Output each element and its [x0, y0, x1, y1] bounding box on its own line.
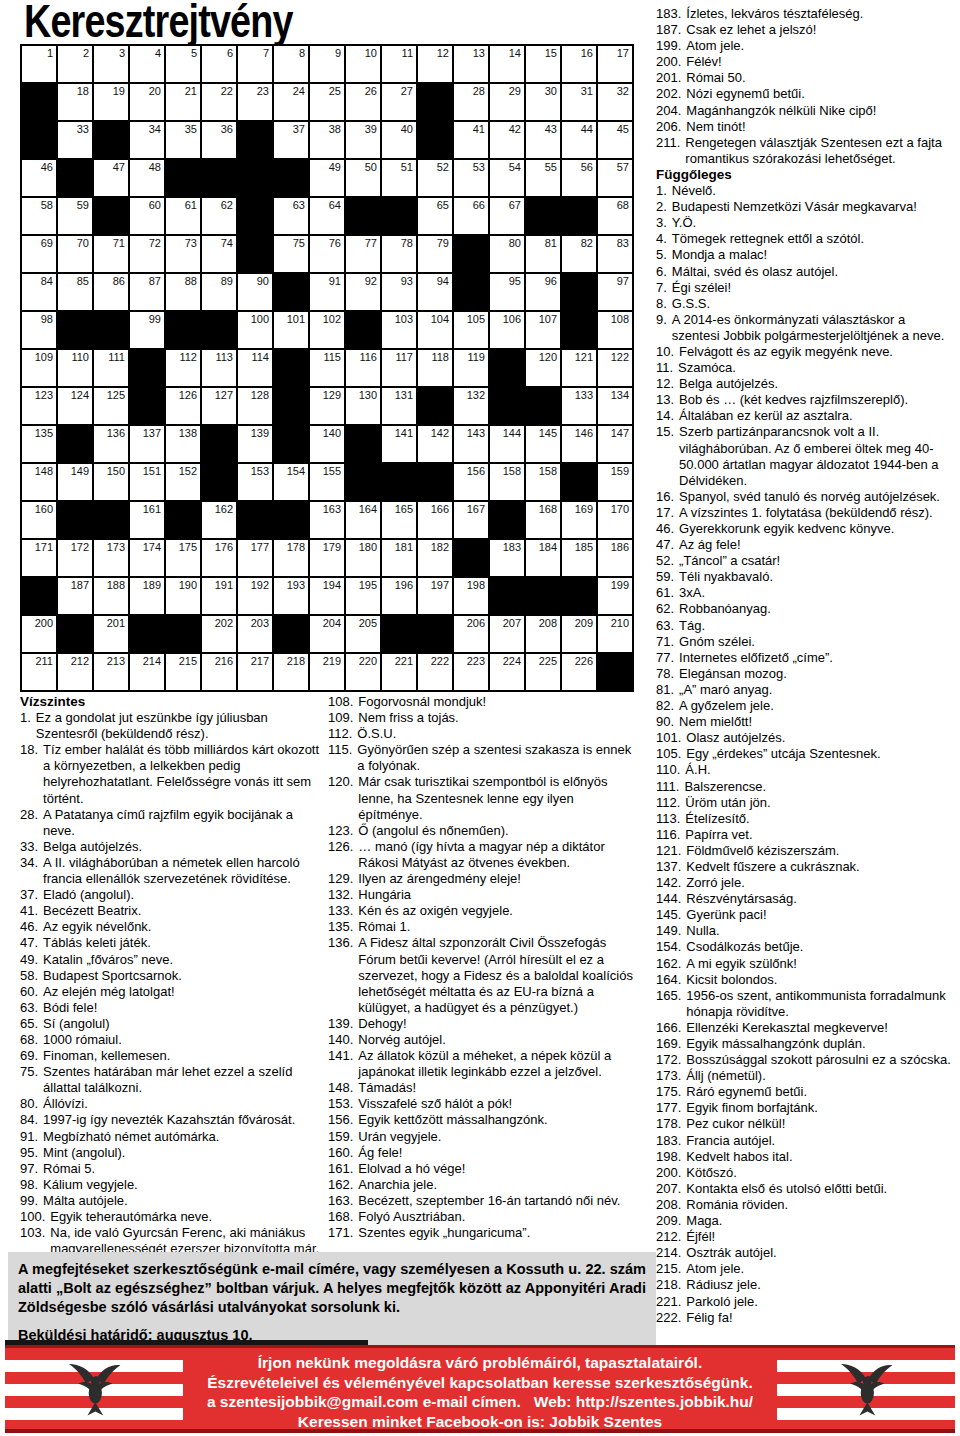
grid-cell[interactable]: 203	[237, 615, 273, 653]
grid-cell[interactable]: 168	[525, 501, 561, 539]
grid-cell[interactable]: 201	[93, 615, 129, 653]
clue-text: A vízszintes 1. folytatása (beküldendő r…	[679, 505, 954, 521]
clue-number: 33.	[20, 839, 38, 855]
grid-cell[interactable]: 60	[129, 197, 165, 235]
grid-cell[interactable]: 181	[381, 539, 417, 577]
clue-text: Bódi fele!	[43, 1000, 320, 1016]
cell-number: 166	[431, 503, 449, 515]
grid-cell[interactable]: 86	[93, 273, 129, 311]
grid-cell[interactable]: 146	[561, 425, 597, 463]
grid-cell[interactable]: 113	[201, 349, 237, 387]
grid-cell[interactable]: 217	[237, 653, 273, 691]
grid-cell[interactable]: 159	[597, 463, 633, 501]
grid-cell[interactable]: 44	[561, 121, 597, 159]
cell-number: 38	[329, 123, 341, 135]
cell-number: 196	[395, 579, 413, 591]
clue-number: 198.	[656, 1149, 681, 1165]
grid-cell[interactable]: 184	[525, 539, 561, 577]
clue-text: G.S.S.	[672, 296, 954, 312]
grid-cell[interactable]: 177	[237, 539, 273, 577]
grid-cell[interactable]: 192	[237, 577, 273, 615]
grid-cell[interactable]: 43	[525, 121, 561, 159]
grid-cell[interactable]: 152	[165, 463, 201, 501]
grid-cell[interactable]: 118	[417, 349, 453, 387]
grid-cell[interactable]: 155	[309, 463, 345, 501]
grid-cell[interactable]: 197	[417, 577, 453, 615]
grid-cell[interactable]: 137	[129, 425, 165, 463]
grid-cell[interactable]: 119	[453, 349, 489, 387]
grid-cell[interactable]: 33	[57, 121, 93, 159]
grid-cell[interactable]: 190	[165, 577, 201, 615]
grid-cell[interactable]: 65	[417, 197, 453, 235]
clue-number: 41.	[20, 903, 38, 919]
clue: 140. Norvég autójel.	[328, 1032, 640, 1048]
grid-cell[interactable]: 61	[165, 197, 201, 235]
grid-cell[interactable]: 134	[597, 387, 633, 425]
grid-cell[interactable]: 165	[381, 501, 417, 539]
cell-number: 198	[467, 579, 485, 591]
grid-cell[interactable]: 101	[273, 311, 309, 349]
grid-cell[interactable]: 218	[273, 653, 309, 691]
grid-cell[interactable]: 4	[129, 45, 165, 83]
grid-cell[interactable]: 74	[201, 235, 237, 273]
grid-cell[interactable]: 70	[57, 235, 93, 273]
grid-cell[interactable]: 66	[453, 197, 489, 235]
clue-text: Megbízható német autómárka.	[43, 1129, 320, 1145]
clue-text: A győzelem jele.	[679, 698, 954, 714]
grid-cell[interactable]: 158	[525, 463, 561, 501]
clue-number: 1.	[20, 710, 31, 742]
grid-cell[interactable]: 1	[21, 45, 57, 83]
grid-cell[interactable]: 115	[309, 349, 345, 387]
grid-cell[interactable]: 76	[309, 235, 345, 273]
grid-cell[interactable]: 166	[417, 501, 453, 539]
grid-cell[interactable]: 141	[381, 425, 417, 463]
grid-cell[interactable]: 24	[273, 83, 309, 121]
cell-number: 89	[221, 275, 233, 287]
grid-cell[interactable]: 174	[129, 539, 165, 577]
clue-number: 46.	[20, 919, 38, 935]
grid-cell[interactable]: 50	[345, 159, 381, 197]
clue-number: 137.	[656, 859, 681, 875]
grid-cell[interactable]: 163	[309, 501, 345, 539]
grid-cell[interactable]: 28	[453, 83, 489, 121]
grid-cell[interactable]: 56	[561, 159, 597, 197]
clue-number: 110.	[656, 762, 680, 778]
grid-cell[interactable]: 117	[381, 349, 417, 387]
clue-text: Fogorvosnál mondjuk!	[358, 694, 640, 710]
grid-cell[interactable]: 84	[21, 273, 57, 311]
grid-cell[interactable]: 75	[273, 235, 309, 273]
grid-cell[interactable]: 81	[525, 235, 561, 273]
grid-cell[interactable]: 106	[489, 311, 525, 349]
cell-number: 31	[581, 85, 593, 97]
grid-cell[interactable]: 161	[129, 501, 165, 539]
grid-cell[interactable]: 42	[489, 121, 525, 159]
grid-cell[interactable]: 172	[57, 539, 93, 577]
grid-cell[interactable]: 22	[201, 83, 237, 121]
grid-cell[interactable]: 131	[381, 387, 417, 425]
grid-cell[interactable]: 133	[561, 387, 597, 425]
grid-cell[interactable]: 222	[417, 653, 453, 691]
clue: 5. Mondja a malac!	[656, 247, 954, 263]
clue: 112. Ö.S.U.	[328, 726, 640, 742]
grid-cell[interactable]: 69	[21, 235, 57, 273]
grid-cell[interactable]: 96	[525, 273, 561, 311]
grid-cell[interactable]: 97	[597, 273, 633, 311]
clue: 183. Francia autójel.	[656, 1133, 954, 1149]
grid-cell[interactable]: 90	[237, 273, 273, 311]
grid-cell[interactable]: 30	[525, 83, 561, 121]
cell-number: 193	[287, 579, 305, 591]
grid-cell[interactable]: 18	[57, 83, 93, 121]
grid-cell[interactable]: 138	[165, 425, 201, 463]
cell-number: 179	[323, 541, 341, 553]
grid-cell[interactable]: 188	[93, 577, 129, 615]
clue-number: 77.	[656, 650, 674, 666]
grid-cell[interactable]: 153	[237, 463, 273, 501]
grid-cell[interactable]: 198	[453, 577, 489, 615]
grid-cell[interactable]: 99	[129, 311, 165, 349]
clue-number: 221.	[656, 1294, 681, 1310]
grid-cell[interactable]: 9	[309, 45, 345, 83]
grid-cell[interactable]: 195	[345, 577, 381, 615]
grid-cell[interactable]: 158	[489, 463, 525, 501]
grid-cell[interactable]: 214	[129, 653, 165, 691]
grid-cell[interactable]: 226	[561, 653, 597, 691]
grid-cell[interactable]: 156	[453, 463, 489, 501]
grid-cell[interactable]: 2	[57, 45, 93, 83]
grid-cell[interactable]: 164	[345, 501, 381, 539]
grid-cell[interactable]: 178	[273, 539, 309, 577]
grid-cell[interactable]: 55	[525, 159, 561, 197]
grid-cell[interactable]: 80	[489, 235, 525, 273]
grid-cell[interactable]: 10	[345, 45, 381, 83]
grid-cell[interactable]: 59	[57, 197, 93, 235]
grid-cell[interactable]: 77	[345, 235, 381, 273]
clue-text: Zorró jele.	[686, 875, 954, 891]
grid-cell[interactable]: 111	[93, 349, 129, 387]
grid-cell[interactable]: 147	[597, 425, 633, 463]
grid-cell[interactable]: 98	[21, 311, 57, 349]
cell-number: 199	[611, 579, 629, 591]
grid-cell[interactable]: 204	[309, 615, 345, 653]
grid-cell[interactable]: 127	[201, 387, 237, 425]
grid-cell[interactable]: 169	[561, 501, 597, 539]
clue: 204. Magánhangzók nélküli Nike cipő!	[656, 103, 954, 119]
cell-number: 187	[71, 579, 89, 591]
grid-cell[interactable]: 130	[345, 387, 381, 425]
clue-number: 115.	[328, 742, 352, 774]
turul-eagle-icon	[833, 1356, 899, 1422]
grid-cell[interactable]: 7	[237, 45, 273, 83]
grid-cell[interactable]: 12	[417, 45, 453, 83]
grid-cell[interactable]: 220	[345, 653, 381, 691]
cell-number: 25	[329, 85, 341, 97]
grid-cell[interactable]: 120	[525, 349, 561, 387]
grid-cell[interactable]: 102	[309, 311, 345, 349]
clue-number: 113.	[656, 811, 680, 827]
grid-cell[interactable]: 78	[381, 235, 417, 273]
grid-cell[interactable]: 221	[381, 653, 417, 691]
grid-cell[interactable]: 208	[525, 615, 561, 653]
grid-cell[interactable]: 116	[345, 349, 381, 387]
grid-cell[interactable]: 13	[453, 45, 489, 83]
grid-cell[interactable]: 47	[93, 159, 129, 197]
grid-cell[interactable]: 14	[489, 45, 525, 83]
grid-cell[interactable]: 87	[129, 273, 165, 311]
grid-cell[interactable]: 95	[489, 273, 525, 311]
clue-number: 177.	[656, 1100, 681, 1116]
across-clues-list-1: 1. Ez a gondolat jut eszünkbe így július…	[20, 710, 320, 1257]
grid-cell[interactable]: 19	[93, 83, 129, 121]
grid-cell[interactable]: 210	[597, 615, 633, 653]
grid-cell[interactable]: 37	[273, 121, 309, 159]
grid-cell[interactable]: 73	[165, 235, 201, 273]
grid-cell[interactable]: 205	[345, 615, 381, 653]
banner-line-2: Észrevételeivel és véleményével kapcsola…	[183, 1373, 777, 1393]
grid-cell[interactable]: 82	[561, 235, 597, 273]
grid-cell[interactable]: 36	[201, 121, 237, 159]
cell-number: 99	[149, 313, 161, 325]
grid-cell[interactable]: 206	[453, 615, 489, 653]
clue-text: Ő (angolul és nőneműen).	[358, 823, 640, 839]
clue-number: 81.	[656, 682, 674, 698]
grid-cell[interactable]: 126	[165, 387, 201, 425]
grid-cell[interactable]: 187	[57, 577, 93, 615]
grid-cell[interactable]: 54	[489, 159, 525, 197]
grid-cell[interactable]: 79	[417, 235, 453, 273]
clue-number: 4.	[656, 231, 667, 247]
grid-cell[interactable]: 6	[201, 45, 237, 83]
grid-cell[interactable]: 105	[453, 311, 489, 349]
grid-cell[interactable]: 216	[201, 653, 237, 691]
grid-cell[interactable]: 219	[309, 653, 345, 691]
grid-cell[interactable]: 149	[57, 463, 93, 501]
grid-cell[interactable]: 215	[165, 653, 201, 691]
grid-cell[interactable]: 88	[165, 273, 201, 311]
clue-text: Budapest Sportcsarnok.	[43, 968, 320, 984]
grid-cell[interactable]: 107	[525, 311, 561, 349]
grid-cell[interactable]: 67	[489, 197, 525, 235]
grid-cell[interactable]: 16	[561, 45, 597, 83]
grid-cell[interactable]: 150	[93, 463, 129, 501]
grid-cell-black	[129, 349, 165, 387]
grid-cell[interactable]: 46	[21, 159, 57, 197]
grid-cell[interactable]: 151	[129, 463, 165, 501]
grid-cell[interactable]: 225	[525, 653, 561, 691]
grid-cell[interactable]: 92	[345, 273, 381, 311]
grid-cell[interactable]: 68	[597, 197, 633, 235]
grid-cell[interactable]: 196	[381, 577, 417, 615]
grid-cell[interactable]: 194	[309, 577, 345, 615]
grid-cell[interactable]: 200	[21, 615, 57, 653]
grid-cell[interactable]: 170	[597, 501, 633, 539]
grid-cell[interactable]: 128	[237, 387, 273, 425]
grid-cell[interactable]: 148	[21, 463, 57, 501]
grid-cell[interactable]: 223	[453, 653, 489, 691]
grid-cell[interactable]: 25	[309, 83, 345, 121]
grid-cell[interactable]: 189	[129, 577, 165, 615]
clue-number: 202.	[656, 86, 681, 102]
clue-number: 112.	[656, 795, 680, 811]
clue-text: Budapesti Nemzetközi Vásár megkavarva!	[672, 199, 954, 215]
grid-cell[interactable]: 11	[381, 45, 417, 83]
grid-cell[interactable]: 182	[417, 539, 453, 577]
cell-number: 192	[251, 579, 269, 591]
grid-cell[interactable]: 31	[561, 83, 597, 121]
grid-cell[interactable]: 144	[489, 425, 525, 463]
clue: 165. 1956-os szent, antikommunista forra…	[656, 988, 954, 1020]
grid-cell[interactable]: 57	[597, 159, 633, 197]
grid-cell[interactable]: 45	[597, 121, 633, 159]
grid-cell[interactable]: 224	[489, 653, 525, 691]
grid-cell[interactable]: 125	[93, 387, 129, 425]
clue-text: Gyerünk paci!	[686, 907, 954, 923]
grid-cell[interactable]: 49	[309, 159, 345, 197]
grid-cell[interactable]: 139	[237, 425, 273, 463]
grid-cell[interactable]: 40	[381, 121, 417, 159]
grid-cell[interactable]: 48	[129, 159, 165, 197]
grid-cell[interactable]: 91	[309, 273, 345, 311]
clue-text: Pez cukor nélkül!	[686, 1116, 954, 1132]
grid-cell[interactable]: 202	[201, 615, 237, 653]
clue-text: Parkoló jele.	[686, 1294, 954, 1310]
clue: 71. Gnóm szélei.	[656, 634, 954, 650]
clue: 9. A 2014-es önkormányzati választáskor …	[656, 312, 954, 344]
grid-cell[interactable]: 112	[165, 349, 201, 387]
grid-cell[interactable]: 212	[57, 653, 93, 691]
cell-number: 124	[71, 389, 89, 401]
grid-cell[interactable]: 38	[309, 121, 345, 159]
grid-cell[interactable]: 64	[309, 197, 345, 235]
clue: 156. Egyik kettőzött mássalhangzónk.	[328, 1112, 640, 1128]
grid-cell[interactable]: 52	[417, 159, 453, 197]
grid-cell[interactable]: 100	[237, 311, 273, 349]
grid-cell[interactable]: 53	[453, 159, 489, 197]
grid-cell[interactable]: 3	[93, 45, 129, 83]
grid-cell[interactable]: 108	[597, 311, 633, 349]
clue: 137. Kedvelt fűszere a cukrásznak.	[656, 859, 954, 875]
grid-cell[interactable]: 135	[21, 425, 57, 463]
grid-cell[interactable]: 180	[345, 539, 381, 577]
grid-cell[interactable]: 89	[201, 273, 237, 311]
cell-number: 54	[509, 161, 521, 173]
grid-cell[interactable]: 199	[597, 577, 633, 615]
grid-cell[interactable]: 176	[201, 539, 237, 577]
clue: 47. Táblás keleti játék.	[20, 935, 320, 951]
grid-cell[interactable]: 175	[165, 539, 201, 577]
grid-cell[interactable]: 83	[597, 235, 633, 273]
grid-cell[interactable]: 72	[129, 235, 165, 273]
grid-cell[interactable]: 209	[561, 615, 597, 653]
grid-cell[interactable]: 114	[237, 349, 273, 387]
grid-cell[interactable]: 143	[453, 425, 489, 463]
grid-cell[interactable]: 62	[201, 197, 237, 235]
grid-cell[interactable]: 34	[129, 121, 165, 159]
grid-cell[interactable]: 71	[93, 235, 129, 273]
grid-cell[interactable]: 122	[597, 349, 633, 387]
grid-cell-black	[201, 159, 237, 197]
grid-cell[interactable]: 26	[345, 83, 381, 121]
cell-number: 161	[143, 503, 161, 515]
grid-cell[interactable]: 94	[417, 273, 453, 311]
cell-number: 186	[611, 541, 629, 553]
grid-cell[interactable]: 20	[129, 83, 165, 121]
grid-cell[interactable]: 154	[273, 463, 309, 501]
grid-cell[interactable]: 193	[273, 577, 309, 615]
grid-cell[interactable]: 27	[381, 83, 417, 121]
clue-number: 63.	[656, 618, 674, 634]
grid-cell[interactable]: 160	[21, 501, 57, 539]
cell-number: 7	[263, 47, 269, 59]
grid-cell[interactable]: 211	[21, 653, 57, 691]
grid-cell[interactable]: 186	[597, 539, 633, 577]
clue-number: 178.	[656, 1116, 681, 1132]
grid-cell[interactable]: 39	[345, 121, 381, 159]
grid-cell[interactable]: 109	[21, 349, 57, 387]
clue: 68. 1000 rómaiul.	[20, 1032, 320, 1048]
grid-cell[interactable]: 121	[561, 349, 597, 387]
grid-cell[interactable]: 93	[381, 273, 417, 311]
grid-cell[interactable]: 110	[57, 349, 93, 387]
grid-cell[interactable]: 58	[21, 197, 57, 235]
grid-cell[interactable]: 123	[21, 387, 57, 425]
cell-number: 83	[617, 237, 629, 249]
grid-cell[interactable]: 140	[309, 425, 345, 463]
grid-cell[interactable]: 63	[273, 197, 309, 235]
grid-cell[interactable]: 17	[597, 45, 633, 83]
grid-cell[interactable]: 129	[309, 387, 345, 425]
clue-text: A II. világháborúban a németek ellen har…	[43, 855, 320, 887]
grid-cell[interactable]: 162	[201, 501, 237, 539]
grid-cell[interactable]: 51	[381, 159, 417, 197]
grid-cell[interactable]: 179	[309, 539, 345, 577]
grid-cell[interactable]: 171	[21, 539, 57, 577]
grid-cell[interactable]: 173	[93, 539, 129, 577]
cell-number: 116	[359, 351, 377, 363]
cell-number: 190	[179, 579, 197, 591]
grid-cell[interactable]: 32	[597, 83, 633, 121]
grid-cell[interactable]: 8	[273, 45, 309, 83]
cell-number: 92	[365, 275, 377, 287]
grid-cell[interactable]: 124	[57, 387, 93, 425]
grid-cell[interactable]: 41	[453, 121, 489, 159]
grid-cell[interactable]: 142	[417, 425, 453, 463]
grid-cell[interactable]: 104	[417, 311, 453, 349]
grid-cell[interactable]: 132	[453, 387, 489, 425]
grid-cell[interactable]: 213	[93, 653, 129, 691]
grid-cell[interactable]: 145	[525, 425, 561, 463]
grid-cell[interactable]: 21	[165, 83, 201, 121]
grid-cell[interactable]: 35	[165, 121, 201, 159]
grid-cell[interactable]: 15	[525, 45, 561, 83]
grid-cell[interactable]: 167	[453, 501, 489, 539]
grid-cell[interactable]: 29	[489, 83, 525, 121]
grid-cell[interactable]: 23	[237, 83, 273, 121]
clue: 65. Sí (angolul)	[20, 1016, 320, 1032]
grid-cell[interactable]: 103	[381, 311, 417, 349]
grid-cell[interactable]: 5	[165, 45, 201, 83]
clue-text: Ez a gondolat jut eszünkbe így júliusban…	[36, 710, 320, 742]
clue: 109. Nem friss a tojás.	[328, 710, 640, 726]
grid-cell[interactable]: 191	[201, 577, 237, 615]
grid-cell[interactable]: 136	[93, 425, 129, 463]
grid-cell[interactable]: 85	[57, 273, 93, 311]
grid-cell[interactable]: 207	[489, 615, 525, 653]
grid-cell[interactable]: 185	[561, 539, 597, 577]
grid-cell[interactable]: 183	[489, 539, 525, 577]
